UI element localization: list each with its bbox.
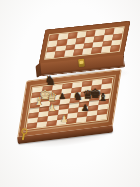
- open-chessboard: [10, 70, 121, 146]
- board-squares-grid: [25, 77, 113, 130]
- dark-square: [110, 45, 120, 52]
- closed-chess-box: [35, 22, 125, 77]
- brass-clasp-icon: [78, 59, 85, 68]
- light-square: [96, 114, 107, 120]
- light-square: [99, 94, 110, 100]
- product-photo: ♞♚♛♝♟♞♛♚♝♟♟♟: [0, 0, 140, 187]
- latch-hook: [22, 133, 25, 140]
- closed-box-left-end: [36, 63, 42, 78]
